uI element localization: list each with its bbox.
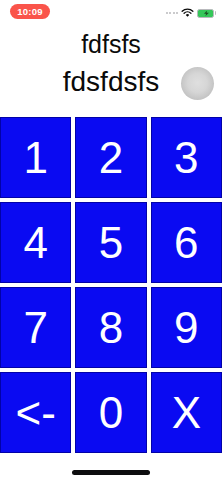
status-icons [166,8,218,18]
home-indicator[interactable] [72,470,150,475]
status-bar: 10:09 [0,0,222,24]
key-4[interactable]: 4 [0,202,71,283]
page-title: fdfsfs [0,31,222,57]
circle-button[interactable] [181,67,214,100]
key-6[interactable]: 6 [151,202,222,283]
key-3[interactable]: 3 [151,117,222,198]
key-x[interactable]: X [151,372,222,453]
cellular-signal-icon [166,12,179,14]
key-8[interactable]: 8 [75,287,146,368]
key-5[interactable]: 5 [75,202,146,283]
status-time-pill[interactable]: 10:09 [10,4,50,19]
key-9[interactable]: 9 [151,287,222,368]
keypad-grid: 1 2 3 4 5 6 7 8 9 <- 0 X [0,117,222,453]
key-2[interactable]: 2 [75,117,146,198]
battery-charging-icon [197,8,217,18]
key-0[interactable]: 0 [75,372,146,453]
key-7[interactable]: 7 [0,287,71,368]
wifi-icon [181,8,194,18]
key-backspace[interactable]: <- [0,372,71,453]
key-1[interactable]: 1 [0,117,71,198]
